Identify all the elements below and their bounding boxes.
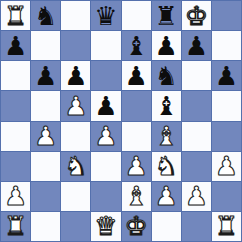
white-pawn[interactable]: ♟ — [4, 183, 27, 209]
square-a6[interactable] — [1, 61, 30, 90]
square-c7[interactable] — [61, 31, 90, 60]
square-c3[interactable]: ♞ — [61, 152, 90, 181]
white-pawn[interactable]: ♟ — [64, 93, 87, 119]
square-h8[interactable] — [212, 1, 241, 30]
white-pawn[interactable]: ♟ — [185, 183, 208, 209]
square-a8[interactable]: ♜ — [1, 1, 30, 30]
square-f7[interactable]: ♟ — [152, 31, 181, 60]
square-f6[interactable]: ♞ — [152, 61, 181, 90]
square-g7[interactable]: ♟ — [182, 31, 211, 60]
black-pawn[interactable]: ♟ — [94, 93, 117, 119]
white-pawn[interactable]: ♟ — [215, 153, 238, 179]
square-g6[interactable] — [182, 61, 211, 90]
square-f5[interactable]: ♝ — [152, 91, 181, 120]
white-rook[interactable]: ♜ — [4, 213, 27, 239]
black-bishop[interactable]: ♝ — [155, 93, 178, 119]
black-pawn[interactable]: ♟ — [124, 63, 147, 89]
square-g1[interactable] — [182, 212, 211, 241]
square-f1[interactable] — [152, 212, 181, 241]
square-e4[interactable] — [122, 122, 151, 151]
square-e5[interactable] — [122, 91, 151, 120]
chess-board: ♜♞♛♜♚♟♝♟♟♟♟♟♞♟♟♟♝♟♟♝♞♟♞♟♟♝♟♟♜♛♚♜ — [0, 0, 242, 242]
white-rook[interactable]: ♜ — [215, 213, 238, 239]
square-b1[interactable] — [31, 212, 60, 241]
square-b5[interactable] — [31, 91, 60, 120]
black-pawn[interactable]: ♟ — [34, 63, 57, 89]
square-h3[interactable]: ♟ — [212, 152, 241, 181]
square-e2[interactable]: ♝ — [122, 182, 151, 211]
square-b7[interactable] — [31, 31, 60, 60]
square-h6[interactable]: ♟ — [212, 61, 241, 90]
square-b2[interactable] — [31, 182, 60, 211]
square-b8[interactable]: ♞ — [31, 1, 60, 30]
square-d6[interactable] — [91, 61, 120, 90]
square-f8[interactable]: ♜ — [152, 1, 181, 30]
white-queen[interactable]: ♛ — [94, 213, 117, 239]
square-d2[interactable] — [91, 182, 120, 211]
square-f4[interactable]: ♝ — [152, 122, 181, 151]
square-e7[interactable]: ♝ — [122, 31, 151, 60]
square-g5[interactable] — [182, 91, 211, 120]
black-pawn[interactable]: ♟ — [4, 33, 27, 59]
square-h4[interactable] — [212, 122, 241, 151]
black-pawn[interactable]: ♟ — [215, 63, 238, 89]
square-f3[interactable]: ♞ — [152, 152, 181, 181]
square-e3[interactable]: ♟ — [122, 152, 151, 181]
square-d8[interactable]: ♛ — [91, 1, 120, 30]
square-b3[interactable] — [31, 152, 60, 181]
black-pawn[interactable]: ♟ — [64, 63, 87, 89]
white-pawn[interactable]: ♟ — [124, 153, 147, 179]
white-knight[interactable]: ♞ — [155, 153, 178, 179]
square-g8[interactable]: ♚ — [182, 1, 211, 30]
white-pawn[interactable]: ♟ — [34, 123, 57, 149]
square-e8[interactable] — [122, 1, 151, 30]
black-knight[interactable]: ♞ — [34, 3, 57, 29]
square-c5[interactable]: ♟ — [61, 91, 90, 120]
black-pawn[interactable]: ♟ — [185, 33, 208, 59]
square-c8[interactable] — [61, 1, 90, 30]
square-a2[interactable]: ♟ — [1, 182, 30, 211]
white-pawn[interactable]: ♟ — [155, 183, 178, 209]
square-d5[interactable]: ♟ — [91, 91, 120, 120]
square-b6[interactable]: ♟ — [31, 61, 60, 90]
square-c2[interactable] — [61, 182, 90, 211]
square-g2[interactable]: ♟ — [182, 182, 211, 211]
white-rook[interactable]: ♜ — [4, 3, 27, 29]
white-pawn[interactable]: ♟ — [94, 123, 117, 149]
white-bishop[interactable]: ♝ — [155, 123, 178, 149]
square-a5[interactable] — [1, 91, 30, 120]
black-pawn[interactable]: ♟ — [155, 33, 178, 59]
square-d4[interactable]: ♟ — [91, 122, 120, 151]
square-a3[interactable] — [1, 152, 30, 181]
square-e6[interactable]: ♟ — [122, 61, 151, 90]
black-bishop[interactable]: ♝ — [124, 33, 147, 59]
white-king[interactable]: ♚ — [185, 3, 208, 29]
square-c6[interactable]: ♟ — [61, 61, 90, 90]
square-a1[interactable]: ♜ — [1, 212, 30, 241]
black-knight[interactable]: ♞ — [155, 63, 178, 89]
square-d7[interactable] — [91, 31, 120, 60]
square-h5[interactable] — [212, 91, 241, 120]
square-a4[interactable] — [1, 122, 30, 151]
square-f2[interactable]: ♟ — [152, 182, 181, 211]
white-king[interactable]: ♚ — [124, 213, 147, 239]
square-h7[interactable] — [212, 31, 241, 60]
white-knight[interactable]: ♞ — [64, 153, 87, 179]
square-h2[interactable] — [212, 182, 241, 211]
square-c4[interactable] — [61, 122, 90, 151]
square-e1[interactable]: ♚ — [122, 212, 151, 241]
black-rook[interactable]: ♜ — [155, 3, 178, 29]
square-h1[interactable]: ♜ — [212, 212, 241, 241]
black-queen[interactable]: ♛ — [94, 3, 117, 29]
white-bishop[interactable]: ♝ — [124, 183, 147, 209]
square-d1[interactable]: ♛ — [91, 212, 120, 241]
square-g3[interactable] — [182, 152, 211, 181]
square-d3[interactable] — [91, 152, 120, 181]
square-g4[interactable] — [182, 122, 211, 151]
square-c1[interactable] — [61, 212, 90, 241]
square-b4[interactable]: ♟ — [31, 122, 60, 151]
square-a7[interactable]: ♟ — [1, 31, 30, 60]
